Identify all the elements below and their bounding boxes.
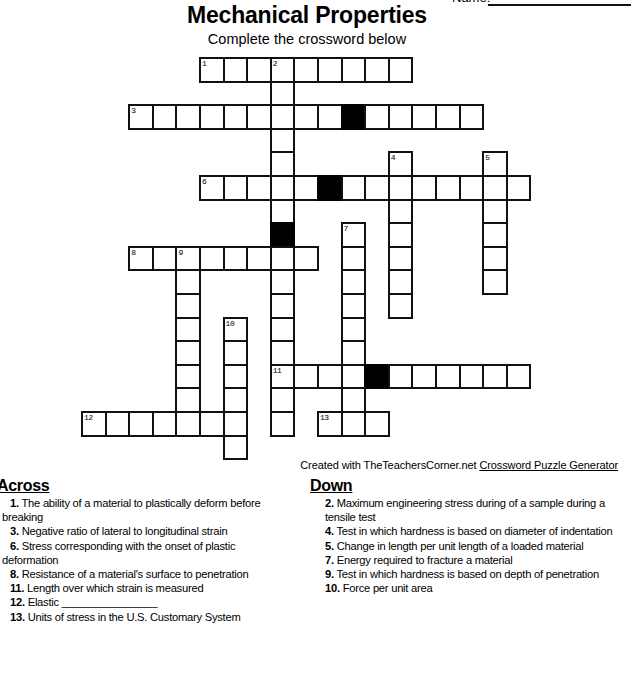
clue-number-2: 2 xyxy=(273,59,277,68)
credit-line: Created with TheTeachersCorner.net Cross… xyxy=(0,459,618,471)
cell-r5c16[interactable] xyxy=(459,175,485,201)
cell-r11c6[interactable]: 10 xyxy=(223,317,249,343)
cell-r0c13[interactable] xyxy=(388,57,414,83)
cell-r13c18[interactable] xyxy=(506,364,532,390)
page-title: Mechanical Properties xyxy=(0,2,614,29)
cell-r15c2[interactable] xyxy=(128,411,154,437)
clue-down-9: 9. Test in which hardness is based on de… xyxy=(325,567,622,581)
clue-number-5: 5 xyxy=(485,153,489,162)
cell-r0c10[interactable] xyxy=(317,57,343,83)
cell-r2c15[interactable] xyxy=(435,104,461,130)
cell-r14c6[interactable] xyxy=(223,387,249,413)
cell-r10c8[interactable] xyxy=(270,293,296,319)
cell-r11c8[interactable] xyxy=(270,317,296,343)
credit-text: Created with TheTeachersCorner.net xyxy=(300,459,479,471)
cell-r0c9[interactable] xyxy=(293,57,319,83)
clue-down-2: 2. Maximum engineering stress during of … xyxy=(325,496,622,524)
cell-r12c6[interactable] xyxy=(223,340,249,366)
clue-label: 9. xyxy=(325,568,334,580)
cell-r15c11[interactable] xyxy=(341,411,367,437)
cell-r2c2[interactable]: 3 xyxy=(128,104,154,130)
cell-r13c8[interactable]: 11 xyxy=(270,364,296,390)
cell-r13c9[interactable] xyxy=(293,364,319,390)
cell-r7c17[interactable] xyxy=(482,222,508,248)
cell-r0c11[interactable] xyxy=(341,57,367,83)
cell-r9c11[interactable] xyxy=(341,269,367,295)
clue-label: 1. xyxy=(10,497,19,509)
clue-number-13: 13 xyxy=(320,413,329,422)
cell-r10c4[interactable] xyxy=(175,293,201,319)
cell-r13c14[interactable] xyxy=(411,364,437,390)
cell-r5c8[interactable] xyxy=(270,175,296,201)
worksheet-page: Name: Mechanical Properties Complete the… xyxy=(0,0,637,700)
cell-r10c13[interactable] xyxy=(388,293,414,319)
cell-r2c8[interactable] xyxy=(270,104,296,130)
across-heading: Across xyxy=(0,477,49,495)
cell-r8c17[interactable] xyxy=(482,246,508,272)
clue-label: 12. xyxy=(10,596,25,608)
clue-across-1: 1. The ability of a material to plastica… xyxy=(2,496,289,524)
clue-label: 5. xyxy=(325,540,334,552)
cell-r8c11[interactable] xyxy=(341,246,367,272)
cell-r0c8[interactable]: 2 xyxy=(270,57,296,83)
cell-r2c10[interactable] xyxy=(317,104,343,130)
cell-r8c4[interactable]: 9 xyxy=(175,246,201,272)
cell-r8c6[interactable] xyxy=(223,246,249,272)
clue-down-10: 10. Force per unit area xyxy=(325,581,622,595)
cell-r8c7[interactable] xyxy=(246,246,272,272)
cell-r5c11[interactable] xyxy=(341,175,367,201)
credit-link[interactable]: Crossword Puzzle Generator xyxy=(479,459,618,471)
cell-r4c8[interactable] xyxy=(270,151,296,177)
cell-r12c8[interactable] xyxy=(270,340,296,366)
cell-r8c8[interactable] xyxy=(270,246,296,272)
cell-r2c13[interactable] xyxy=(388,104,414,130)
black-cell-r13c12 xyxy=(364,364,390,390)
down-clues: 2. Maximum engineering stress during of … xyxy=(310,496,610,595)
cell-r13c15[interactable] xyxy=(435,364,461,390)
cell-r11c11[interactable] xyxy=(341,317,367,343)
cell-r5c18[interactable] xyxy=(506,175,532,201)
cell-r15c10[interactable]: 13 xyxy=(317,411,343,437)
cell-r9c13[interactable] xyxy=(388,269,414,295)
cell-r12c11[interactable] xyxy=(341,340,367,366)
cell-r2c14[interactable] xyxy=(411,104,437,130)
clue-label: 2. xyxy=(325,497,334,509)
cell-r8c13[interactable] xyxy=(388,246,414,272)
cell-r6c8[interactable] xyxy=(270,199,296,225)
clue-down-4: 4. Test in which hardness is based on di… xyxy=(325,524,622,538)
cell-r3c8[interactable] xyxy=(270,128,296,154)
crossword-grid: 12345678910111213 xyxy=(81,57,557,461)
cell-r16c6[interactable] xyxy=(223,435,249,461)
clue-across-3: 3. Negative ratio of lateral to longitud… xyxy=(2,524,289,538)
cell-r15c8[interactable] xyxy=(270,411,296,437)
cell-r15c6[interactable] xyxy=(223,411,249,437)
cell-r14c4[interactable] xyxy=(175,387,201,413)
cell-r2c3[interactable] xyxy=(152,104,178,130)
clue-down-5: 5. Change in length per unit length of a… xyxy=(325,539,622,553)
clue-number-4: 4 xyxy=(391,153,395,162)
cell-r9c17[interactable] xyxy=(482,269,508,295)
clue-across-13: 13. Units of stress in the U.S. Customar… xyxy=(2,610,289,624)
clue-number-12: 12 xyxy=(84,413,93,422)
clue-number-1: 1 xyxy=(202,59,206,68)
cell-r15c4[interactable] xyxy=(175,411,201,437)
cell-r12c4[interactable] xyxy=(175,340,201,366)
clue-across-8: 8. Resistance of a material's surface to… xyxy=(2,567,289,581)
cell-r5c12[interactable] xyxy=(364,175,390,201)
cell-r14c8[interactable] xyxy=(270,387,296,413)
clue-number-9: 9 xyxy=(178,248,182,257)
cell-r8c5[interactable] xyxy=(199,246,225,272)
cell-r13c13[interactable] xyxy=(388,364,414,390)
down-heading: Down xyxy=(310,477,352,495)
cell-r2c9[interactable] xyxy=(293,104,319,130)
clue-number-7: 7 xyxy=(344,224,348,233)
cell-r2c4[interactable] xyxy=(175,104,201,130)
cell-r0c6[interactable] xyxy=(223,57,249,83)
cell-r2c5[interactable] xyxy=(199,104,225,130)
clue-label: 7. xyxy=(325,554,334,566)
cell-r0c5[interactable]: 1 xyxy=(199,57,225,83)
cell-r11c4[interactable] xyxy=(175,317,201,343)
cell-r9c8[interactable] xyxy=(270,269,296,295)
cell-r5c14[interactable] xyxy=(411,175,437,201)
clue-label: 11. xyxy=(10,582,24,594)
cell-r5c7[interactable] xyxy=(246,175,272,201)
black-cell-r5c10 xyxy=(317,175,343,201)
cell-r0c12[interactable] xyxy=(364,57,390,83)
cell-r4c13[interactable]: 4 xyxy=(388,151,414,177)
cell-r15c12[interactable] xyxy=(364,411,390,437)
clue-number-8: 8 xyxy=(131,248,135,257)
cell-r13c17[interactable] xyxy=(482,364,508,390)
cell-r8c9[interactable] xyxy=(293,246,319,272)
clue-label: 13. xyxy=(10,611,25,623)
clue-label: 10. xyxy=(325,582,340,594)
cell-r14c11[interactable] xyxy=(341,387,367,413)
cell-r2c16[interactable] xyxy=(459,104,485,130)
cell-r5c13[interactable] xyxy=(388,175,414,201)
page-subtitle: Complete the crossword below xyxy=(0,31,614,47)
cell-r13c11[interactable] xyxy=(341,364,367,390)
cell-r15c0[interactable]: 12 xyxy=(81,411,107,437)
cell-r13c10[interactable] xyxy=(317,364,343,390)
cell-r8c2[interactable]: 8 xyxy=(128,246,154,272)
cell-r5c17[interactable] xyxy=(482,175,508,201)
cell-r7c11[interactable]: 7 xyxy=(341,222,367,248)
cell-r6c13[interactable] xyxy=(388,199,414,225)
clue-across-6: 6. Stress corresponding with the onset o… xyxy=(2,539,289,567)
black-cell-r2c11 xyxy=(341,104,367,130)
cell-r15c5[interactable] xyxy=(199,411,225,437)
cell-r13c16[interactable] xyxy=(459,364,485,390)
clue-number-10: 10 xyxy=(226,319,235,328)
cell-r0c7[interactable] xyxy=(246,57,272,83)
clue-label: 3. xyxy=(10,525,19,537)
clue-across-11: 11. Length over which strain is measured xyxy=(2,581,289,595)
cell-r5c6[interactable] xyxy=(223,175,249,201)
cell-r1c8[interactable] xyxy=(270,81,296,107)
clue-number-11: 11 xyxy=(273,366,282,375)
cell-r15c1[interactable] xyxy=(105,411,131,437)
cell-r5c15[interactable] xyxy=(435,175,461,201)
black-cell-r7c8 xyxy=(270,222,296,248)
cell-r10c11[interactable] xyxy=(341,293,367,319)
clue-number-3: 3 xyxy=(131,106,135,115)
cell-r15c3[interactable] xyxy=(152,411,178,437)
cell-r8c3[interactable] xyxy=(152,246,178,272)
clue-label: 8. xyxy=(10,568,19,580)
cell-r6c17[interactable] xyxy=(482,199,508,225)
clue-across-12: 12. Elastic ________________ xyxy=(2,595,289,609)
cell-r7c13[interactable] xyxy=(388,222,414,248)
cell-r4c17[interactable]: 5 xyxy=(482,151,508,177)
cell-r2c6[interactable] xyxy=(223,104,249,130)
cell-r2c12[interactable] xyxy=(364,104,390,130)
cell-r9c4[interactable] xyxy=(175,269,201,295)
cell-r2c7[interactable] xyxy=(246,104,272,130)
across-clues: 1. The ability of a material to plastica… xyxy=(0,496,289,624)
clue-down-7: 7. Energy required to fracture a materia… xyxy=(325,553,622,567)
clue-label: 6. xyxy=(10,540,19,552)
clue-number-6: 6 xyxy=(202,177,206,186)
cell-r13c6[interactable] xyxy=(223,364,249,390)
cell-r13c4[interactable] xyxy=(175,364,201,390)
cell-r5c9[interactable] xyxy=(293,175,319,201)
clue-label: 4. xyxy=(325,525,334,537)
cell-r5c5[interactable]: 6 xyxy=(199,175,225,201)
